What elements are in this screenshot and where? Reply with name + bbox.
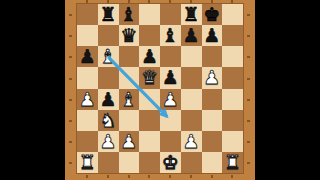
board-frame: ♜♝♜♚♛♝♟♟♟♝♟♛♟♟♟♟♝♟♞♟♟♟♜♚♜ bbox=[65, 0, 255, 180]
square-d7[interactable] bbox=[139, 25, 160, 46]
square-b3[interactable]: ♞ bbox=[98, 110, 119, 131]
piece-white-king-e1[interactable]: ♚ bbox=[162, 152, 179, 171]
square-e7[interactable]: ♝ bbox=[160, 25, 181, 46]
square-d2[interactable] bbox=[139, 131, 160, 152]
square-a6[interactable]: ♟ bbox=[77, 46, 98, 67]
square-c1[interactable] bbox=[119, 152, 140, 173]
piece-black-king-g8[interactable]: ♚ bbox=[203, 5, 220, 24]
square-f3[interactable] bbox=[181, 110, 202, 131]
square-b1[interactable] bbox=[98, 152, 119, 173]
piece-white-knight-b3[interactable]: ♞ bbox=[100, 110, 117, 129]
square-d1[interactable] bbox=[139, 152, 160, 173]
square-g6[interactable] bbox=[202, 46, 223, 67]
frame-ticks-bottom bbox=[77, 175, 243, 178]
square-f5[interactable] bbox=[181, 67, 202, 88]
square-b6[interactable]: ♝ bbox=[98, 46, 119, 67]
square-h4[interactable] bbox=[222, 89, 243, 110]
square-g4[interactable] bbox=[202, 89, 223, 110]
piece-white-pawn-f2[interactable]: ♟ bbox=[183, 131, 200, 150]
piece-black-bishop-c8[interactable]: ♝ bbox=[120, 5, 137, 24]
square-d5[interactable]: ♛ bbox=[139, 67, 160, 88]
square-h1[interactable]: ♜ bbox=[222, 152, 243, 173]
square-g7[interactable]: ♟ bbox=[202, 25, 223, 46]
square-g2[interactable] bbox=[202, 131, 223, 152]
piece-white-bishop-c4[interactable]: ♝ bbox=[120, 89, 137, 108]
frame-ticks-right bbox=[247, 4, 250, 173]
square-f2[interactable]: ♟ bbox=[181, 131, 202, 152]
square-h3[interactable] bbox=[222, 110, 243, 131]
square-f4[interactable] bbox=[181, 89, 202, 110]
square-f6[interactable] bbox=[181, 46, 202, 67]
square-g3[interactable] bbox=[202, 110, 223, 131]
left-black-bar bbox=[0, 0, 65, 180]
piece-white-pawn-g5[interactable]: ♟ bbox=[203, 68, 220, 87]
square-h5[interactable] bbox=[222, 67, 243, 88]
square-e4[interactable]: ♟ bbox=[160, 89, 181, 110]
square-a4[interactable]: ♟ bbox=[77, 89, 98, 110]
piece-white-pawn-e4[interactable]: ♟ bbox=[162, 89, 179, 108]
square-b5[interactable] bbox=[98, 67, 119, 88]
frame-ticks-left bbox=[69, 4, 72, 173]
square-f8[interactable]: ♜ bbox=[181, 4, 202, 25]
square-d8[interactable] bbox=[139, 4, 160, 25]
square-e3[interactable] bbox=[160, 110, 181, 131]
square-b2[interactable]: ♟ bbox=[98, 131, 119, 152]
piece-black-bishop-e7[interactable]: ♝ bbox=[162, 26, 179, 45]
square-c6[interactable] bbox=[119, 46, 140, 67]
square-c3[interactable] bbox=[119, 110, 140, 131]
square-a7[interactable] bbox=[77, 25, 98, 46]
square-a8[interactable] bbox=[77, 4, 98, 25]
square-a5[interactable] bbox=[77, 67, 98, 88]
piece-white-pawn-b2[interactable]: ♟ bbox=[100, 131, 117, 150]
square-c4[interactable]: ♝ bbox=[119, 89, 140, 110]
piece-black-pawn-e5[interactable]: ♟ bbox=[162, 68, 179, 87]
square-a1[interactable]: ♜ bbox=[77, 152, 98, 173]
piece-black-pawn-d6[interactable]: ♟ bbox=[141, 47, 158, 66]
square-d4[interactable] bbox=[139, 89, 160, 110]
square-e1[interactable]: ♚ bbox=[160, 152, 181, 173]
square-a2[interactable] bbox=[77, 131, 98, 152]
piece-white-pawn-a4[interactable]: ♟ bbox=[79, 89, 96, 108]
square-e8[interactable] bbox=[160, 4, 181, 25]
piece-white-queen-d5[interactable]: ♛ bbox=[141, 68, 158, 87]
chess-board: ♜♝♜♚♛♝♟♟♟♝♟♛♟♟♟♟♝♟♞♟♟♟♜♚♜ bbox=[77, 4, 243, 173]
square-h2[interactable] bbox=[222, 131, 243, 152]
piece-black-pawn-f7[interactable]: ♟ bbox=[183, 26, 200, 45]
square-g1[interactable] bbox=[202, 152, 223, 173]
square-c2[interactable]: ♟ bbox=[119, 131, 140, 152]
piece-black-pawn-g7[interactable]: ♟ bbox=[203, 26, 220, 45]
square-c8[interactable]: ♝ bbox=[119, 4, 140, 25]
square-b4[interactable]: ♟ bbox=[98, 89, 119, 110]
square-h8[interactable] bbox=[222, 4, 243, 25]
square-b7[interactable] bbox=[98, 25, 119, 46]
video-frame: ♜♝♜♚♛♝♟♟♟♝♟♛♟♟♟♟♝♟♞♟♟♟♜♚♜ bbox=[0, 0, 320, 180]
piece-black-rook-f8[interactable]: ♜ bbox=[183, 5, 200, 24]
piece-black-rook-b8[interactable]: ♜ bbox=[100, 5, 117, 24]
square-h6[interactable] bbox=[222, 46, 243, 67]
piece-black-queen-c7[interactable]: ♛ bbox=[120, 26, 137, 45]
square-d3[interactable] bbox=[139, 110, 160, 131]
piece-black-pawn-b4[interactable]: ♟ bbox=[100, 89, 117, 108]
square-d6[interactable]: ♟ bbox=[139, 46, 160, 67]
square-f1[interactable] bbox=[181, 152, 202, 173]
square-e6[interactable] bbox=[160, 46, 181, 67]
piece-white-bishop-b6[interactable]: ♝ bbox=[100, 47, 117, 66]
square-h7[interactable] bbox=[222, 25, 243, 46]
right-black-bar bbox=[255, 0, 320, 180]
square-e2[interactable] bbox=[160, 131, 181, 152]
piece-white-rook-a1[interactable]: ♜ bbox=[79, 152, 96, 171]
square-g8[interactable]: ♚ bbox=[202, 4, 223, 25]
square-b8[interactable]: ♜ bbox=[98, 4, 119, 25]
square-e5[interactable]: ♟ bbox=[160, 67, 181, 88]
piece-white-pawn-c2[interactable]: ♟ bbox=[120, 131, 137, 150]
piece-black-pawn-a6[interactable]: ♟ bbox=[79, 47, 96, 66]
square-c5[interactable] bbox=[119, 67, 140, 88]
square-g5[interactable]: ♟ bbox=[202, 67, 223, 88]
piece-white-rook-h1[interactable]: ♜ bbox=[224, 152, 241, 171]
square-f7[interactable]: ♟ bbox=[181, 25, 202, 46]
square-a3[interactable] bbox=[77, 110, 98, 131]
square-c7[interactable]: ♛ bbox=[119, 25, 140, 46]
